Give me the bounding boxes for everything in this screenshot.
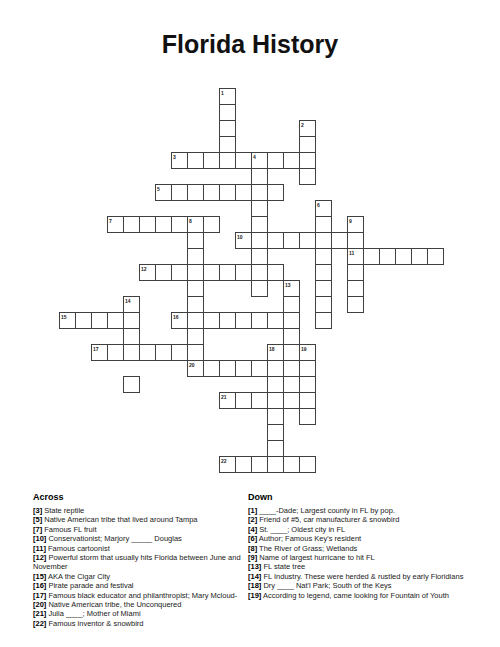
grid-cell[interactable] [315, 200, 332, 217]
grid-cell[interactable] [251, 184, 268, 201]
grid-cell[interactable] [219, 392, 236, 409]
grid-cell[interactable] [347, 216, 364, 233]
grid-cell[interactable] [235, 152, 252, 169]
clue-item-number: [15] [33, 572, 46, 581]
worksheet-page: Florida History 123456789101112131415161… [0, 0, 500, 647]
grid-cell[interactable] [219, 456, 236, 473]
grid-cell[interactable] [267, 312, 284, 329]
grid-cell[interactable] [283, 232, 300, 249]
grid-cell[interactable] [139, 264, 156, 281]
grid-cell[interactable] [251, 312, 268, 329]
grid-cell[interactable] [155, 264, 172, 281]
grid-cell[interactable] [267, 232, 284, 249]
grid-cell[interactable] [155, 216, 172, 233]
clue-item-number: [14] [248, 572, 261, 581]
puzzle-title: Florida History [0, 30, 500, 59]
grid-cell[interactable] [123, 328, 140, 345]
grid-cell[interactable] [219, 136, 236, 153]
grid-cell[interactable] [107, 216, 124, 233]
crossword-grid: 12345678910111213141516171819202122 [59, 88, 444, 473]
across-clues: Across [3] State reptile[5] Native Ameri… [33, 492, 249, 628]
grid-cell[interactable] [203, 216, 220, 233]
down-header: Down [248, 492, 482, 502]
clue-item-number: [16] [33, 581, 46, 590]
clue-item: [3] State reptile [33, 506, 249, 515]
clue-item: [17] Famous black educator and philanthr… [33, 591, 249, 600]
grid-cell[interactable] [315, 296, 332, 313]
grid-cell[interactable] [251, 152, 268, 169]
grid-cell[interactable] [299, 232, 316, 249]
grid-cell[interactable] [267, 408, 284, 425]
clue-item: [13] FL state tree [248, 562, 482, 571]
grid-cell[interactable] [251, 280, 268, 297]
grid-cell[interactable] [171, 344, 188, 361]
grid-cell[interactable] [187, 216, 204, 233]
grid-cell[interactable] [331, 232, 348, 249]
clue-item: [9] Name of largest hurricane to hit FL [248, 553, 482, 562]
clue-item: [21] Julia ____; Mother of Miami [33, 609, 249, 618]
grid-cell[interactable] [107, 312, 124, 329]
clue-item: [12] Powerful storm that usually hits Fl… [33, 553, 249, 572]
grid-cell[interactable] [267, 152, 284, 169]
grid-cell[interactable] [187, 184, 204, 201]
grid-cell[interactable] [347, 248, 364, 265]
clue-item-number: [17] [33, 591, 46, 600]
grid-cell[interactable] [139, 216, 156, 233]
grid-cell[interactable] [171, 184, 188, 201]
grid-cell[interactable] [235, 312, 252, 329]
down-clues: Down [1] ____-Dade; Largest county in FL… [248, 492, 482, 600]
clue-item-number: [4] [248, 525, 257, 534]
grid-cell[interactable] [187, 328, 204, 345]
grid-cell[interactable] [283, 280, 300, 297]
grid-cell[interactable] [267, 360, 284, 377]
grid-cell[interactable] [299, 168, 316, 185]
grid-cell[interactable] [235, 184, 252, 201]
clue-item-number: [13] [248, 562, 261, 571]
down-clue-list: [1] ____-Dade; Largest county in FL by p… [248, 506, 482, 600]
grid-cell[interactable] [347, 264, 364, 281]
clue-item: [16] Pirate parade and festival [33, 581, 249, 590]
grid-cell[interactable] [123, 376, 140, 393]
grid-cell[interactable] [203, 264, 220, 281]
clue-item: [22] Famous inventor & snowbird [33, 619, 249, 628]
grid-cell[interactable] [155, 184, 172, 201]
clue-item-number: [20] [33, 600, 46, 609]
grid-cell[interactable] [315, 248, 332, 265]
clue-item: [14] FL Industry. These were herded & ru… [248, 572, 482, 581]
grid-cell[interactable] [235, 232, 252, 249]
grid-cell[interactable] [315, 264, 332, 281]
grid-cell[interactable] [299, 392, 316, 409]
grid-cell[interactable] [187, 264, 204, 281]
clue-item-number: [19] [248, 591, 261, 600]
grid-cell[interactable] [379, 248, 396, 265]
grid-cell[interactable] [267, 344, 284, 361]
across-clue-list: [3] State reptile[5] Native American tri… [33, 506, 249, 628]
grid-cell[interactable] [251, 392, 268, 409]
grid-cell[interactable] [123, 312, 140, 329]
grid-cell[interactable] [347, 296, 364, 313]
grid-cell[interactable] [219, 120, 236, 137]
grid-cell[interactable] [267, 456, 284, 473]
grid-cell[interactable] [315, 280, 332, 297]
clue-item: [2] Friend of #5, car manufacturer & sno… [248, 515, 482, 524]
grid-cell[interactable] [283, 296, 300, 313]
grid-cell[interactable] [203, 152, 220, 169]
grid-cell[interactable] [283, 360, 300, 377]
grid-cell[interactable] [59, 312, 76, 329]
grid-cell[interactable] [187, 152, 204, 169]
grid-cell[interactable] [139, 344, 156, 361]
grid-cell[interactable] [283, 328, 300, 345]
grid-cell[interactable] [315, 232, 332, 249]
grid-cell[interactable] [123, 296, 140, 313]
clue-item: [11] Famous cartoonist [33, 544, 249, 553]
grid-cell[interactable] [283, 456, 300, 473]
clue-item: [1] ____-Dade; Largest county in FL by p… [248, 506, 482, 515]
grid-cell[interactable] [267, 264, 284, 281]
grid-cell[interactable] [219, 152, 236, 169]
grid-cell[interactable] [251, 216, 268, 233]
grid-cell[interactable] [427, 248, 444, 265]
grid-cell[interactable] [171, 264, 188, 281]
grid-cell[interactable] [219, 184, 236, 201]
grid-cell[interactable] [235, 360, 252, 377]
clue-item-number: [18] [248, 581, 261, 590]
grid-cell[interactable] [283, 312, 300, 329]
grid-cell[interactable] [91, 312, 108, 329]
grid-cell[interactable] [251, 168, 268, 185]
grid-cell[interactable] [203, 360, 220, 377]
grid-cell[interactable] [251, 360, 268, 377]
clue-item-number: [21] [33, 609, 46, 618]
grid-cell[interactable] [187, 360, 204, 377]
grid-cell[interactable] [187, 296, 204, 313]
clue-item-number: [22] [33, 619, 46, 628]
grid-cell[interactable] [299, 152, 316, 169]
grid-cell[interactable] [235, 264, 252, 281]
grid-cell[interactable] [267, 440, 284, 457]
grid-cell[interactable] [155, 344, 172, 361]
grid-cell[interactable] [299, 120, 316, 137]
clue-item: [6] Author; Famous Key's resident [248, 534, 482, 543]
grid-cell[interactable] [75, 312, 92, 329]
grid-cell[interactable] [171, 312, 188, 329]
grid-cell[interactable] [187, 232, 204, 249]
grid-cell[interactable] [219, 360, 236, 377]
grid-cell[interactable] [395, 248, 412, 265]
grid-cell[interactable] [235, 456, 252, 473]
grid-cell[interactable] [299, 408, 316, 425]
grid-cell[interactable] [123, 216, 140, 233]
grid-cell[interactable] [411, 248, 428, 265]
grid-cell[interactable] [251, 264, 268, 281]
clue-item: [8] The River of Grass; Wetlands [248, 544, 482, 553]
grid-cell[interactable] [187, 344, 204, 361]
clue-item-number: [1] [248, 506, 257, 515]
grid-cell[interactable] [299, 456, 316, 473]
grid-cell[interactable] [267, 392, 284, 409]
grid-cell[interactable] [219, 88, 236, 105]
grid-cell[interactable] [347, 280, 364, 297]
clue-item: [19] According to legend, came looking f… [248, 591, 482, 600]
grid-cell[interactable] [187, 280, 204, 297]
grid-cell[interactable] [219, 264, 236, 281]
clue-item-number: [9] [248, 553, 257, 562]
grid-cell[interactable] [251, 232, 268, 249]
grid-cell[interactable] [363, 248, 380, 265]
grid-cell[interactable] [347, 232, 364, 249]
grid-cell[interactable] [203, 184, 220, 201]
clue-item: [15] AKA the Cigar City [33, 572, 249, 581]
grid-cell[interactable] [219, 312, 236, 329]
grid-cell[interactable] [107, 344, 124, 361]
clue-item-number: [11] [33, 544, 46, 553]
grid-cell[interactable] [267, 424, 284, 441]
clue-item-number: [7] [33, 525, 42, 534]
across-header: Across [33, 492, 249, 502]
clue-item-number: [3] [33, 506, 42, 515]
clue-item: [20] Native American tribe, the Unconque… [33, 600, 249, 609]
grid-cell[interactable] [91, 344, 108, 361]
clue-item: [5] Native American tribe that lived aro… [33, 515, 249, 524]
clue-item-number: [6] [248, 534, 257, 543]
grid-cell[interactable] [283, 152, 300, 169]
clue-item-number: [10] [33, 534, 46, 543]
grid-cell[interactable] [299, 344, 316, 361]
clue-item: [10] Conservationist; Marjory _____ Doug… [33, 534, 249, 543]
grid-cell[interactable] [203, 312, 220, 329]
grid-cell[interactable] [315, 216, 332, 233]
grid-cell[interactable] [187, 248, 204, 265]
grid-cell[interactable] [283, 392, 300, 409]
grid-cell[interactable] [171, 152, 188, 169]
grid-cell[interactable] [251, 248, 268, 265]
grid-cell[interactable] [299, 376, 316, 393]
clue-item: [18] Dry ____ Nat'l Park; South of the K… [248, 581, 482, 590]
grid-cell[interactable] [251, 200, 268, 217]
grid-cell[interactable] [315, 312, 332, 329]
grid-cell[interactable] [235, 392, 252, 409]
grid-cell[interactable] [219, 104, 236, 121]
grid-cell[interactable] [251, 456, 268, 473]
grid-cell[interactable] [171, 216, 188, 233]
grid-cell[interactable] [299, 360, 316, 377]
grid-cell[interactable] [267, 184, 284, 201]
clue-item-number: [8] [248, 544, 257, 553]
grid-cell[interactable] [267, 376, 284, 393]
clue-item: [4] St. ____; Oldest city in FL [248, 525, 482, 534]
clue-item-number: [12] [33, 553, 46, 562]
grid-cell[interactable] [123, 344, 140, 361]
clue-item: [7] Famous FL fruit [33, 525, 249, 534]
clue-item-number: [5] [33, 515, 42, 524]
clue-item-number: [2] [248, 515, 257, 524]
grid-cell[interactable] [299, 136, 316, 153]
grid-cell[interactable] [187, 312, 204, 329]
